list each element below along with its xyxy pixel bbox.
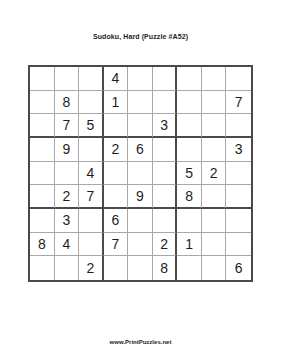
cell-r7c4: 6 [104, 209, 129, 233]
cell-r9c2 [55, 256, 80, 280]
cell-r7c7 [177, 209, 202, 233]
cell-r1c4: 4 [104, 67, 129, 91]
cell-r8c9 [226, 233, 251, 257]
cell-r9c9: 6 [226, 256, 251, 280]
cell-r8c7: 1 [177, 233, 202, 257]
given-digit: 8 [62, 95, 70, 109]
cell-r6c9 [226, 185, 251, 209]
cell-r9c4 [104, 256, 129, 280]
cell-r9c6: 8 [153, 256, 178, 280]
cell-r1c2 [55, 67, 80, 91]
cell-r5c2 [55, 162, 80, 186]
cell-r4c4: 2 [104, 138, 129, 162]
cell-r7c8 [202, 209, 227, 233]
given-digit: 3 [62, 213, 70, 227]
cell-r2c2: 8 [55, 91, 80, 115]
sudoku-board: 4817753926345227983684721286 [28, 65, 253, 282]
cell-r7c1 [30, 209, 55, 233]
cell-r4c3 [79, 138, 104, 162]
cell-r8c1: 8 [30, 233, 55, 257]
cell-r4c6 [153, 138, 178, 162]
given-digit: 9 [136, 189, 144, 203]
given-digit: 2 [62, 189, 70, 203]
cell-r5c1 [30, 162, 55, 186]
cell-r3c3: 5 [79, 114, 104, 138]
cell-r8c4: 7 [104, 233, 129, 257]
cell-r3c8 [202, 114, 227, 138]
given-digit: 3 [160, 118, 168, 132]
cell-r4c2: 9 [55, 138, 80, 162]
footer-url: www.PrintPuzzles.net [0, 339, 281, 345]
cell-r2c8 [202, 91, 227, 115]
cell-r6c1 [30, 185, 55, 209]
given-digit: 5 [185, 166, 193, 180]
cell-r7c5 [128, 209, 153, 233]
cell-r5c5 [128, 162, 153, 186]
given-digit: 4 [86, 166, 94, 180]
cell-r4c1 [30, 138, 55, 162]
cell-r2c9: 7 [226, 91, 251, 115]
cell-r3c9 [226, 114, 251, 138]
cell-r6c2: 2 [55, 185, 80, 209]
cell-r1c5 [128, 67, 153, 91]
given-digit: 2 [86, 261, 94, 275]
printable-puzzle-page: Sudoku, Hard (Puzzle #A52) 4817753926345… [0, 0, 281, 363]
given-digit: 4 [112, 71, 120, 85]
given-digit: 8 [185, 189, 193, 203]
given-digit: 6 [235, 261, 243, 275]
cell-r3c5 [128, 114, 153, 138]
cell-r4c8 [202, 138, 227, 162]
cell-r6c4 [104, 185, 129, 209]
cell-r7c9 [226, 209, 251, 233]
cell-r1c7 [177, 67, 202, 91]
cell-r5c4 [104, 162, 129, 186]
cell-r1c6 [153, 67, 178, 91]
cell-r2c4: 1 [104, 91, 129, 115]
cell-r2c6 [153, 91, 178, 115]
given-digit: 1 [112, 95, 120, 109]
cell-r1c1 [30, 67, 55, 91]
cell-r6c7: 8 [177, 185, 202, 209]
cell-r6c3: 7 [79, 185, 104, 209]
cell-r1c3 [79, 67, 104, 91]
cell-r3c2: 7 [55, 114, 80, 138]
given-digit: 7 [235, 95, 243, 109]
given-digit: 7 [112, 237, 120, 251]
given-digit: 2 [210, 166, 218, 180]
cell-r2c5 [128, 91, 153, 115]
cell-r8c3 [79, 233, 104, 257]
cell-r8c8 [202, 233, 227, 257]
given-digit: 7 [62, 118, 70, 132]
given-digit: 6 [112, 213, 120, 227]
puzzle-title: Sudoku, Hard (Puzzle #A52) [0, 33, 281, 40]
cell-r5c9 [226, 162, 251, 186]
cell-r1c8 [202, 67, 227, 91]
cell-r9c8 [202, 256, 227, 280]
given-digit: 6 [136, 142, 144, 156]
given-digit: 2 [160, 237, 168, 251]
cell-r5c8: 2 [202, 162, 227, 186]
given-digit: 8 [38, 237, 46, 251]
cell-r9c7 [177, 256, 202, 280]
cell-r5c3: 4 [79, 162, 104, 186]
cell-r5c6 [153, 162, 178, 186]
cell-r9c5 [128, 256, 153, 280]
cell-r2c7 [177, 91, 202, 115]
given-digit: 7 [86, 189, 94, 203]
given-digit: 8 [160, 261, 168, 275]
cell-r8c6: 2 [153, 233, 178, 257]
cell-r8c5 [128, 233, 153, 257]
cell-r5c7: 5 [177, 162, 202, 186]
cell-r4c5: 6 [128, 138, 153, 162]
cell-r9c3: 2 [79, 256, 104, 280]
cell-r4c9: 3 [226, 138, 251, 162]
cell-r6c8 [202, 185, 227, 209]
cell-r7c2: 3 [55, 209, 80, 233]
cell-r7c3 [79, 209, 104, 233]
cell-r2c1 [30, 91, 55, 115]
cell-r9c1 [30, 256, 55, 280]
given-digit: 9 [62, 142, 70, 156]
cell-r8c2: 4 [55, 233, 80, 257]
cell-r1c9 [226, 67, 251, 91]
given-digit: 3 [235, 142, 243, 156]
given-digit: 4 [62, 237, 70, 251]
cell-r2c3 [79, 91, 104, 115]
given-digit: 5 [86, 118, 94, 132]
cell-r6c6 [153, 185, 178, 209]
cell-r4c7 [177, 138, 202, 162]
cell-r7c6 [153, 209, 178, 233]
cell-r3c4 [104, 114, 129, 138]
cell-r3c7 [177, 114, 202, 138]
cell-r3c6: 3 [153, 114, 178, 138]
cell-r6c5: 9 [128, 185, 153, 209]
cell-r3c1 [30, 114, 55, 138]
given-digit: 1 [185, 237, 193, 251]
given-digit: 2 [112, 142, 120, 156]
